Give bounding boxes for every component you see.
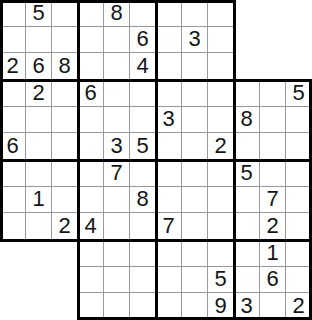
cell-r8c10[interactable]	[234, 187, 260, 214]
cell-r8c8[interactable]	[182, 187, 208, 214]
cell-r8c1[interactable]	[0, 187, 26, 214]
cell-r10c9[interactable]	[208, 240, 234, 267]
cell-r6c4[interactable]	[78, 133, 104, 160]
cell-r7c8[interactable]	[182, 160, 208, 187]
cell-r5c6[interactable]	[130, 107, 156, 134]
cell-r2c8[interactable]: 3	[182, 27, 208, 54]
thick-border-gridA-left	[0, 0, 3, 242]
cell-r1c5[interactable]: 8	[104, 0, 130, 27]
cell-r7c5[interactable]: 7	[104, 160, 130, 187]
cell-r11c11[interactable]: 6	[260, 267, 286, 294]
given-digit: 2	[292, 295, 304, 317]
cell-r2c1[interactable]	[0, 27, 26, 54]
cell-r5c2[interactable]	[26, 107, 52, 134]
cell-r1c7[interactable]	[156, 0, 182, 27]
given-digit: 6	[6, 135, 18, 157]
thick-border-horizontal-row9-10	[0, 239, 312, 242]
cell-r1c2[interactable]: 5	[26, 0, 52, 27]
cell-r4c2[interactable]: 2	[26, 80, 52, 107]
given-digit: 1	[32, 188, 44, 210]
given-digit: 6	[32, 55, 44, 77]
given-digit: 3	[188, 28, 200, 50]
thick-border-horizontal-row6-7	[0, 159, 312, 162]
cell-r9c11[interactable]: 2	[260, 213, 286, 240]
cell-r1c8[interactable]	[182, 0, 208, 27]
cell-r6c2[interactable]	[26, 133, 52, 160]
void-area	[234, 53, 260, 80]
void-area	[260, 27, 286, 54]
cell-r11c4[interactable]	[78, 267, 104, 294]
given-digit: 6	[136, 28, 148, 50]
cell-r9c4[interactable]: 4	[78, 213, 104, 240]
cell-r5c9[interactable]	[208, 107, 234, 134]
void-area	[234, 0, 260, 27]
cell-r1c9[interactable]	[208, 0, 234, 27]
cell-r4c10[interactable]	[234, 80, 260, 107]
given-digit: 5	[136, 135, 148, 157]
cell-r9c6[interactable]	[130, 213, 156, 240]
cell-r5c8[interactable]	[182, 107, 208, 134]
cell-r11c6[interactable]	[130, 267, 156, 294]
given-digit: 5	[240, 162, 252, 184]
cell-r2c2[interactable]	[26, 27, 52, 54]
void-area	[0, 240, 26, 267]
void-area	[26, 240, 52, 267]
cell-r8c2[interactable]: 1	[26, 187, 52, 214]
cell-r5c11[interactable]	[260, 107, 286, 134]
given-digit: 9	[214, 295, 226, 317]
cell-r1c1[interactable]	[0, 0, 26, 27]
cell-r6c9[interactable]: 2	[208, 133, 234, 160]
cell-r2c4[interactable]	[78, 27, 104, 54]
cell-r2c5[interactable]	[104, 27, 130, 54]
void-area	[286, 0, 312, 27]
given-digit: 8	[110, 2, 122, 24]
cell-r8c5[interactable]	[104, 187, 130, 214]
given-digit: 6	[266, 268, 278, 290]
cell-r9c5[interactable]	[104, 213, 130, 240]
cell-r12c8[interactable]	[182, 293, 208, 320]
void-area	[286, 53, 312, 80]
void-area	[52, 267, 78, 294]
cell-r5c5[interactable]	[104, 107, 130, 134]
given-digit: 6	[84, 82, 96, 104]
cell-r9c7[interactable]: 7	[156, 213, 182, 240]
void-area	[52, 240, 78, 267]
cell-r11c8[interactable]	[182, 267, 208, 294]
thick-border-gridA-top	[0, 0, 236, 3]
given-digit: 7	[110, 162, 122, 184]
cell-r8c3[interactable]	[52, 187, 78, 214]
given-digit: 5	[214, 268, 226, 290]
cell-r4c8[interactable]	[182, 80, 208, 107]
cell-r12c7[interactable]	[156, 293, 182, 320]
cell-r10c4[interactable]	[78, 240, 104, 267]
cell-r6c6[interactable]: 5	[130, 133, 156, 160]
given-digit: 4	[136, 55, 148, 77]
cell-r3c1[interactable]: 2	[0, 53, 26, 80]
cell-r5c1[interactable]	[0, 107, 26, 134]
cell-r6c8[interactable]	[182, 133, 208, 160]
given-digit: 8	[58, 55, 70, 77]
void-area	[0, 293, 26, 320]
cell-r4c6[interactable]	[130, 80, 156, 107]
cell-r1c3[interactable]	[52, 0, 78, 27]
cell-r4c3[interactable]	[52, 80, 78, 107]
thick-border-horizontal-row3-4	[0, 79, 312, 82]
cell-r7c11[interactable]	[260, 160, 286, 187]
void-area	[260, 0, 286, 27]
given-digit: 7	[162, 215, 174, 237]
cell-r6c1[interactable]: 6	[0, 133, 26, 160]
given-digit: 2	[32, 82, 44, 104]
cell-r11c10[interactable]	[234, 267, 260, 294]
cell-r12c4[interactable]	[78, 293, 104, 320]
given-digit: 8	[240, 108, 252, 130]
void-area	[0, 267, 26, 294]
cell-r7c9[interactable]	[208, 160, 234, 187]
cell-r9c10[interactable]	[234, 213, 260, 240]
cell-r4c9[interactable]	[208, 80, 234, 107]
cell-r5c3[interactable]	[52, 107, 78, 134]
cell-r6c11[interactable]	[260, 133, 286, 160]
cell-r4c7[interactable]	[156, 80, 182, 107]
cell-r11c5[interactable]	[104, 267, 130, 294]
cell-r12c6[interactable]	[130, 293, 156, 320]
cell-r2c3[interactable]	[52, 27, 78, 54]
given-digit: 8	[136, 188, 148, 210]
cell-r7c3[interactable]	[52, 160, 78, 187]
given-digit: 3	[162, 108, 174, 130]
cell-r3c7[interactable]	[156, 53, 182, 80]
given-digit: 2	[266, 215, 278, 237]
void-area	[234, 27, 260, 54]
cell-r6c3[interactable]	[52, 133, 78, 160]
cell-r7c6[interactable]	[130, 160, 156, 187]
cell-r5c4[interactable]	[78, 107, 104, 134]
cell-r12c10[interactable]: 3	[234, 293, 260, 320]
cell-r9c2[interactable]	[26, 213, 52, 240]
cell-r2c7[interactable]	[156, 27, 182, 54]
cell-r3c2[interactable]: 6	[26, 53, 52, 80]
void-area	[260, 53, 286, 80]
cell-r10c11[interactable]: 1	[260, 240, 286, 267]
cell-r6c10[interactable]	[234, 133, 260, 160]
given-digit: 5	[32, 2, 44, 24]
cell-r8c9[interactable]	[208, 187, 234, 214]
cell-r7c10[interactable]: 5	[234, 160, 260, 187]
cell-r11c9[interactable]: 5	[208, 267, 234, 294]
given-digit: 3	[240, 295, 252, 317]
cell-r8c4[interactable]	[78, 187, 104, 214]
cell-r5c10[interactable]: 8	[234, 107, 260, 134]
twodoku-puzzle: 58632684265386352751872472156932	[0, 0, 312, 320]
cell-r8c7[interactable]	[156, 187, 182, 214]
given-digit: 4	[84, 215, 96, 237]
cell-r6c7[interactable]	[156, 133, 182, 160]
cell-r10c10[interactable]	[234, 240, 260, 267]
cell-r8c11[interactable]: 7	[260, 187, 286, 214]
cell-r7c7[interactable]	[156, 160, 182, 187]
thick-border-gridB-right	[309, 79, 312, 320]
cell-r1c4[interactable]	[78, 0, 104, 27]
cell-r4c1[interactable]	[0, 80, 26, 107]
cell-r2c6[interactable]: 6	[130, 27, 156, 54]
cell-r4c5[interactable]	[104, 80, 130, 107]
cell-r3c9[interactable]	[208, 53, 234, 80]
given-digit: 1	[266, 242, 278, 264]
cell-r6c5[interactable]: 3	[104, 133, 130, 160]
given-digit: 2	[58, 215, 70, 237]
cell-r7c2[interactable]	[26, 160, 52, 187]
given-digit: 7	[266, 188, 278, 210]
cell-r1c6[interactable]	[130, 0, 156, 27]
cell-r3c6[interactable]: 4	[130, 53, 156, 80]
cell-r10c7[interactable]	[156, 240, 182, 267]
cell-r2c9[interactable]	[208, 27, 234, 54]
cell-r3c4[interactable]	[78, 53, 104, 80]
void-area	[286, 27, 312, 54]
cell-r12c11[interactable]	[260, 293, 286, 320]
given-digit: 2	[6, 55, 18, 77]
cell-r4c4[interactable]: 6	[78, 80, 104, 107]
cell-r12c9[interactable]: 9	[208, 293, 234, 320]
cell-r12c5[interactable]	[104, 293, 130, 320]
cell-r3c3[interactable]: 8	[52, 53, 78, 80]
cell-r7c1[interactable]	[0, 160, 26, 187]
cell-r10c5[interactable]	[104, 240, 130, 267]
cell-r7c4[interactable]	[78, 160, 104, 187]
void-area	[26, 267, 52, 294]
cell-r3c8[interactable]	[182, 53, 208, 80]
cell-r9c9[interactable]	[208, 213, 234, 240]
cell-r3c5[interactable]	[104, 53, 130, 80]
cell-r9c3[interactable]: 2	[52, 213, 78, 240]
given-digit: 3	[110, 135, 122, 157]
void-area	[26, 293, 52, 320]
cell-r5c7[interactable]: 3	[156, 107, 182, 134]
void-area	[52, 293, 78, 320]
cell-r9c1[interactable]	[0, 213, 26, 240]
cell-r11c7[interactable]	[156, 267, 182, 294]
cell-r10c8[interactable]	[182, 240, 208, 267]
cell-r8c6[interactable]: 8	[130, 187, 156, 214]
cell-r4c11[interactable]	[260, 80, 286, 107]
given-digit: 5	[292, 82, 304, 104]
given-digit: 2	[214, 135, 226, 157]
cell-r9c8[interactable]	[182, 213, 208, 240]
cell-r10c6[interactable]	[130, 240, 156, 267]
